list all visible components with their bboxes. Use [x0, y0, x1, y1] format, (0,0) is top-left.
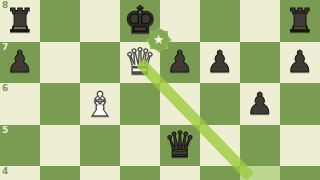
black-pawn-h7[interactable]: ♟ — [280, 42, 320, 84]
square-b5[interactable] — [40, 125, 80, 167]
square-f5[interactable] — [200, 125, 240, 167]
square-h4[interactable] — [280, 166, 320, 180]
rank-label-4: 4 — [2, 166, 8, 177]
black-king-d8[interactable]: ♚ — [120, 0, 160, 42]
square-f8[interactable] — [200, 0, 240, 42]
black-rook-a8[interactable]: ♜ — [0, 0, 40, 42]
square-b8[interactable] — [40, 0, 80, 42]
black-pawn-a7[interactable]: ♟ — [0, 42, 40, 84]
white-bishop-c6[interactable]: ♝ — [80, 83, 120, 125]
square-d4[interactable] — [120, 166, 160, 180]
square-e6[interactable] — [160, 83, 200, 125]
square-f6[interactable] — [200, 83, 240, 125]
square-a4[interactable]: 4 — [0, 166, 40, 180]
black-queen-e5[interactable]: ♛ — [160, 125, 200, 167]
square-e4[interactable] — [160, 166, 200, 180]
square-d6[interactable] — [120, 83, 160, 125]
board-squares: 8♜♚♜7♟♛♟♟♟6♝♟5♛4 — [0, 0, 320, 180]
square-d5[interactable] — [120, 125, 160, 167]
square-a5[interactable]: 5 — [0, 125, 40, 167]
black-pawn-f7[interactable]: ♟ — [200, 42, 240, 84]
black-pawn-g6[interactable]: ♟ — [240, 83, 280, 125]
square-e7[interactable]: ♟ — [160, 42, 200, 84]
square-g6[interactable]: ♟ — [240, 83, 280, 125]
square-h5[interactable] — [280, 125, 320, 167]
square-c4[interactable] — [80, 166, 120, 180]
white-queen-d7[interactable]: ♛ — [120, 42, 160, 84]
square-b7[interactable] — [40, 42, 80, 84]
rank-label-5: 5 — [2, 125, 8, 136]
square-h8[interactable]: ♜ — [280, 0, 320, 42]
square-g4[interactable] — [240, 166, 280, 180]
square-a7[interactable]: 7♟ — [0, 42, 40, 84]
square-g7[interactable] — [240, 42, 280, 84]
square-d7[interactable]: ♛ — [120, 42, 160, 84]
black-rook-h8[interactable]: ♜ — [280, 0, 320, 42]
chess-board: 8♜♚♜7♟♛♟♟♟6♝♟5♛4 ★ — [0, 0, 320, 180]
black-pawn-e7[interactable]: ♟ — [160, 42, 200, 84]
square-h6[interactable] — [280, 83, 320, 125]
square-e5[interactable]: ♛ — [160, 125, 200, 167]
rank-label-6: 6 — [2, 83, 8, 94]
square-b4[interactable] — [40, 166, 80, 180]
square-c5[interactable] — [80, 125, 120, 167]
square-h7[interactable]: ♟ — [280, 42, 320, 84]
square-g8[interactable] — [240, 0, 280, 42]
square-g5[interactable] — [240, 125, 280, 167]
square-c7[interactable] — [80, 42, 120, 84]
square-b6[interactable] — [40, 83, 80, 125]
square-f7[interactable]: ♟ — [200, 42, 240, 84]
square-c8[interactable] — [80, 0, 120, 42]
square-e8[interactable] — [160, 0, 200, 42]
square-f4[interactable] — [200, 166, 240, 180]
square-a8[interactable]: 8♜ — [0, 0, 40, 42]
square-d8[interactable]: ♚ — [120, 0, 160, 42]
square-a6[interactable]: 6 — [0, 83, 40, 125]
square-c6[interactable]: ♝ — [80, 83, 120, 125]
